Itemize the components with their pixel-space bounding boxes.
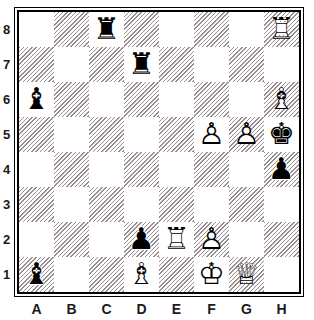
square-e4	[159, 152, 194, 187]
square-a7	[19, 47, 54, 82]
square-d2: ♟︎	[124, 222, 159, 257]
square-c6	[89, 82, 124, 117]
square-f6	[194, 82, 229, 117]
square-h4: ♟︎	[264, 152, 299, 187]
square-e5	[159, 117, 194, 152]
square-e3	[159, 187, 194, 222]
square-d6	[124, 82, 159, 117]
square-h6: ♝♗	[264, 82, 299, 117]
square-f5: ♟︎♙	[194, 117, 229, 152]
white-rook-e2: ♜♖	[159, 222, 194, 257]
piece-outline: ♙	[194, 117, 229, 152]
square-h2	[264, 222, 299, 257]
rank-label-8: 8	[0, 12, 13, 47]
white-pawn-f5: ♟︎♙	[194, 117, 229, 152]
piece-outline: ♔	[194, 257, 229, 292]
square-b5	[54, 117, 89, 152]
piece-glyph: ♝	[19, 257, 54, 292]
rank-label-7: 7	[0, 47, 13, 82]
square-c4	[89, 152, 124, 187]
square-d7: ♜	[124, 47, 159, 82]
square-a5	[19, 117, 54, 152]
square-b6	[54, 82, 89, 117]
square-f7	[194, 47, 229, 82]
square-b3	[54, 187, 89, 222]
white-pawn-f2: ♟︎♙	[194, 222, 229, 257]
black-bishop-a6: ♝	[19, 82, 54, 117]
square-a4	[19, 152, 54, 187]
square-h7	[264, 47, 299, 82]
square-e8	[159, 12, 194, 47]
board-grid: ♜♜♖♜♝♝♗♟︎♙♟︎♙♚♟︎♟︎♜♖♟︎♙♝♝♗♚♔♛♕	[19, 12, 299, 292]
square-h8: ♜♖	[264, 12, 299, 47]
white-bishop-d1: ♝♗	[124, 257, 159, 292]
file-label-d: D	[124, 299, 159, 319]
square-h3	[264, 187, 299, 222]
rank-label-4: 4	[0, 152, 13, 187]
piece-glyph: ♝	[19, 82, 54, 117]
white-pawn-g5: ♟︎♙	[229, 117, 264, 152]
piece-glyph: ♚	[264, 117, 299, 152]
rank-label-1: 1	[0, 257, 13, 292]
piece-outline: ♗	[264, 82, 299, 117]
file-label-e: E	[159, 299, 194, 319]
square-e7	[159, 47, 194, 82]
chess-diagram: 87654321 ♜♜♖♜♝♝♗♟︎♙♟︎♙♚♟︎♟︎♜♖♟︎♙♝♝♗♚♔♛♕ …	[0, 0, 314, 320]
square-c3	[89, 187, 124, 222]
white-king-f1: ♚♔	[194, 257, 229, 292]
square-c2	[89, 222, 124, 257]
square-d4	[124, 152, 159, 187]
square-a1: ♝	[19, 257, 54, 292]
piece-outline: ♖	[264, 12, 299, 47]
square-a6: ♝	[19, 82, 54, 117]
square-f8	[194, 12, 229, 47]
square-b2	[54, 222, 89, 257]
square-g4	[229, 152, 264, 187]
white-queen-g1: ♛♕	[229, 257, 264, 292]
square-f3	[194, 187, 229, 222]
square-a8	[19, 12, 54, 47]
file-labels: ABCDEFGH	[19, 299, 299, 319]
square-b8	[54, 12, 89, 47]
square-g6	[229, 82, 264, 117]
piece-glyph: ♜	[124, 47, 159, 82]
square-g7	[229, 47, 264, 82]
square-g3	[229, 187, 264, 222]
square-g1: ♛♕	[229, 257, 264, 292]
square-a2	[19, 222, 54, 257]
square-d8	[124, 12, 159, 47]
rank-label-6: 6	[0, 82, 13, 117]
square-c7	[89, 47, 124, 82]
square-e2: ♜♖	[159, 222, 194, 257]
piece-outline: ♙	[229, 117, 264, 152]
file-label-b: B	[54, 299, 89, 319]
square-d5	[124, 117, 159, 152]
file-label-c: C	[89, 299, 124, 319]
piece-outline: ♙	[194, 222, 229, 257]
square-g8	[229, 12, 264, 47]
white-bishop-h6: ♝♗	[264, 82, 299, 117]
chess-board: ♜♜♖♜♝♝♗♟︎♙♟︎♙♚♟︎♟︎♜♖♟︎♙♝♝♗♚♔♛♕	[14, 7, 304, 297]
piece-glyph: ♟︎	[124, 222, 159, 257]
file-label-g: G	[229, 299, 264, 319]
black-pawn-d2: ♟︎	[124, 222, 159, 257]
square-c5	[89, 117, 124, 152]
square-c8: ♜	[89, 12, 124, 47]
square-g5: ♟︎♙	[229, 117, 264, 152]
black-bishop-a1: ♝	[19, 257, 54, 292]
piece-glyph: ♟︎	[264, 152, 299, 187]
file-label-h: H	[264, 299, 299, 319]
black-rook-c8: ♜	[89, 12, 124, 47]
square-f1: ♚♔	[194, 257, 229, 292]
square-e6	[159, 82, 194, 117]
rank-label-2: 2	[0, 222, 13, 257]
square-c1	[89, 257, 124, 292]
black-rook-d7: ♜	[124, 47, 159, 82]
square-h1	[264, 257, 299, 292]
square-b7	[54, 47, 89, 82]
square-g2	[229, 222, 264, 257]
square-f4	[194, 152, 229, 187]
piece-glyph: ♜	[89, 12, 124, 47]
square-d3	[124, 187, 159, 222]
square-e1	[159, 257, 194, 292]
rank-label-5: 5	[0, 117, 13, 152]
square-d1: ♝♗	[124, 257, 159, 292]
rank-label-3: 3	[0, 187, 13, 222]
file-label-a: A	[19, 299, 54, 319]
board-frame: ♜♜♖♜♝♝♗♟︎♙♟︎♙♚♟︎♟︎♜♖♟︎♙♝♝♗♚♔♛♕	[17, 10, 301, 294]
black-pawn-h4: ♟︎	[264, 152, 299, 187]
white-rook-h8: ♜♖	[264, 12, 299, 47]
square-b1	[54, 257, 89, 292]
piece-outline: ♕	[229, 257, 264, 292]
rank-labels: 87654321	[0, 12, 13, 292]
piece-outline: ♖	[159, 222, 194, 257]
piece-outline: ♗	[124, 257, 159, 292]
file-label-f: F	[194, 299, 229, 319]
square-f2: ♟︎♙	[194, 222, 229, 257]
black-king-h5: ♚	[264, 117, 299, 152]
square-a3	[19, 187, 54, 222]
square-b4	[54, 152, 89, 187]
square-h5: ♚	[264, 117, 299, 152]
